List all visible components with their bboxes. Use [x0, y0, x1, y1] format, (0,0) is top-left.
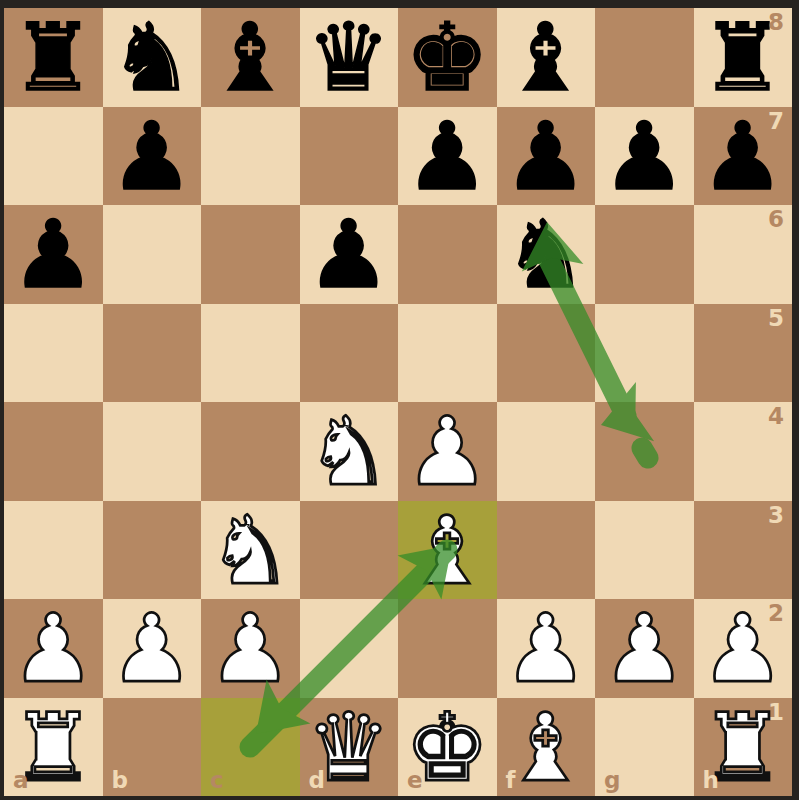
white-knight-d4[interactable]: ♞: [307, 405, 391, 499]
black-bishop-c8[interactable]: ♝: [208, 11, 292, 105]
file-label-c: c: [210, 769, 224, 792]
square-a2[interactable]: ♟: [4, 599, 103, 698]
square-h1[interactable]: ♜h1: [694, 698, 793, 797]
white-pawn-h2[interactable]: ♟: [701, 602, 785, 696]
black-rook-h8[interactable]: ♜: [701, 11, 785, 105]
white-pawn-a2[interactable]: ♟: [11, 602, 95, 696]
square-d7[interactable]: [300, 107, 399, 206]
white-pawn-b2[interactable]: ♟: [110, 602, 194, 696]
white-pawn-g2[interactable]: ♟: [602, 602, 686, 696]
square-a1[interactable]: ♜a: [4, 698, 103, 797]
black-knight-f6[interactable]: ♞: [504, 208, 588, 302]
square-h5[interactable]: 5: [694, 304, 793, 403]
square-f4[interactable]: [497, 402, 596, 501]
square-e8[interactable]: ♚: [398, 8, 497, 107]
square-h3[interactable]: 3: [694, 501, 793, 600]
white-king-e1[interactable]: ♚: [405, 701, 489, 795]
square-e1[interactable]: ♚e: [398, 698, 497, 797]
square-d5[interactable]: [300, 304, 399, 403]
black-pawn-a6[interactable]: ♟: [11, 208, 95, 302]
file-label-g: g: [604, 769, 620, 792]
square-b7[interactable]: ♟: [103, 107, 202, 206]
white-bishop-f1[interactable]: ♝: [504, 701, 588, 795]
square-g3[interactable]: [595, 501, 694, 600]
black-king-e8[interactable]: ♚: [405, 11, 489, 105]
square-d3[interactable]: [300, 501, 399, 600]
chess-board: ♜♞♝♛♚♝♜8♟♟♟♟♟7♟♟♞65♞♟4♞♝3♟♟♟♟♟♟2♜abc♛d♚e…: [4, 8, 792, 796]
square-e3[interactable]: ♝: [398, 501, 497, 600]
square-g7[interactable]: ♟: [595, 107, 694, 206]
file-label-b: b: [112, 769, 128, 792]
black-knight-b8[interactable]: ♞: [110, 11, 194, 105]
square-b1[interactable]: b: [103, 698, 202, 797]
white-knight-c3[interactable]: ♞: [208, 504, 292, 598]
square-g8[interactable]: [595, 8, 694, 107]
square-d4[interactable]: ♞: [300, 402, 399, 501]
rank-label-4: 4: [768, 405, 784, 428]
white-pawn-c2[interactable]: ♟: [208, 602, 292, 696]
square-f6[interactable]: ♞: [497, 205, 596, 304]
black-queen-d8[interactable]: ♛: [307, 11, 391, 105]
white-bishop-e3[interactable]: ♝: [405, 504, 489, 598]
black-pawn-h7[interactable]: ♟: [701, 110, 785, 204]
square-b6[interactable]: [103, 205, 202, 304]
square-g1[interactable]: g: [595, 698, 694, 797]
square-a8[interactable]: ♜: [4, 8, 103, 107]
square-b8[interactable]: ♞: [103, 8, 202, 107]
square-d2[interactable]: [300, 599, 399, 698]
rank-label-5: 5: [768, 307, 784, 330]
square-c8[interactable]: ♝: [201, 8, 300, 107]
square-f3[interactable]: [497, 501, 596, 600]
chess-board-screenshot: ♜♞♝♛♚♝♜8♟♟♟♟♟7♟♟♞65♞♟4♞♝3♟♟♟♟♟♟2♜abc♛d♚e…: [0, 0, 799, 800]
square-c4[interactable]: [201, 402, 300, 501]
square-g2[interactable]: ♟: [595, 599, 694, 698]
black-pawn-e7[interactable]: ♟: [405, 110, 489, 204]
square-c2[interactable]: ♟: [201, 599, 300, 698]
square-b5[interactable]: [103, 304, 202, 403]
white-queen-d1[interactable]: ♛: [307, 701, 391, 795]
square-b4[interactable]: [103, 402, 202, 501]
square-c1[interactable]: c: [201, 698, 300, 797]
square-g4[interactable]: [595, 402, 694, 501]
white-pawn-f2[interactable]: ♟: [504, 602, 588, 696]
square-e4[interactable]: ♟: [398, 402, 497, 501]
square-f2[interactable]: ♟: [497, 599, 596, 698]
square-h6[interactable]: 6: [694, 205, 793, 304]
black-pawn-f7[interactable]: ♟: [504, 110, 588, 204]
square-d1[interactable]: ♛d: [300, 698, 399, 797]
square-h2[interactable]: ♟2: [694, 599, 793, 698]
square-h7[interactable]: ♟7: [694, 107, 793, 206]
square-b2[interactable]: ♟: [103, 599, 202, 698]
square-g6[interactable]: [595, 205, 694, 304]
square-b3[interactable]: [103, 501, 202, 600]
square-e6[interactable]: [398, 205, 497, 304]
square-a3[interactable]: [4, 501, 103, 600]
square-g5[interactable]: [595, 304, 694, 403]
square-c5[interactable]: [201, 304, 300, 403]
square-f1[interactable]: ♝f: [497, 698, 596, 797]
rank-label-6: 6: [768, 208, 784, 231]
square-e5[interactable]: [398, 304, 497, 403]
black-rook-a8[interactable]: ♜: [11, 11, 95, 105]
white-rook-h1[interactable]: ♜: [701, 701, 785, 795]
square-c7[interactable]: [201, 107, 300, 206]
square-a6[interactable]: ♟: [4, 205, 103, 304]
black-bishop-f8[interactable]: ♝: [504, 11, 588, 105]
rank-label-3: 3: [768, 504, 784, 527]
square-f8[interactable]: ♝: [497, 8, 596, 107]
square-a4[interactable]: [4, 402, 103, 501]
square-f7[interactable]: ♟: [497, 107, 596, 206]
square-h8[interactable]: ♜8: [694, 8, 793, 107]
white-rook-a1[interactable]: ♜: [11, 701, 95, 795]
square-d6[interactable]: ♟: [300, 205, 399, 304]
white-pawn-e4[interactable]: ♟: [405, 405, 489, 499]
square-a7[interactable]: [4, 107, 103, 206]
square-h4[interactable]: 4: [694, 402, 793, 501]
square-a5[interactable]: [4, 304, 103, 403]
square-e2[interactable]: [398, 599, 497, 698]
black-pawn-d6[interactable]: ♟: [307, 208, 391, 302]
black-pawn-g7[interactable]: ♟: [602, 110, 686, 204]
square-c3[interactable]: ♞: [201, 501, 300, 600]
square-c6[interactable]: [201, 205, 300, 304]
black-pawn-b7[interactable]: ♟: [110, 110, 194, 204]
square-e7[interactable]: ♟: [398, 107, 497, 206]
square-f5[interactable]: [497, 304, 596, 403]
square-d8[interactable]: ♛: [300, 8, 399, 107]
